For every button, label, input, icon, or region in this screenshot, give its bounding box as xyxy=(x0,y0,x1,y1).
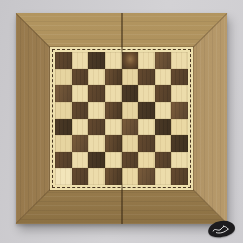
square-d3 xyxy=(105,135,122,152)
square-f4 xyxy=(138,119,155,136)
square-h2 xyxy=(171,152,188,169)
square-g6 xyxy=(155,85,172,102)
square-h7 xyxy=(171,69,188,86)
square-f1 xyxy=(138,168,155,185)
square-a8 xyxy=(55,52,72,69)
square-a4 xyxy=(55,119,72,136)
square-g2 xyxy=(155,152,172,169)
square-d5 xyxy=(105,102,122,119)
square-c7 xyxy=(88,69,105,86)
square-e8 xyxy=(122,52,139,69)
square-g1 xyxy=(155,168,172,185)
square-b4 xyxy=(72,119,89,136)
square-c5 xyxy=(88,102,105,119)
square-g5 xyxy=(155,102,172,119)
fold-seam xyxy=(121,13,123,224)
square-c4 xyxy=(88,119,105,136)
square-a7 xyxy=(55,69,72,86)
square-d2 xyxy=(105,152,122,169)
square-g7 xyxy=(155,69,172,86)
square-b1 xyxy=(72,168,89,185)
square-a3 xyxy=(55,135,72,152)
chess-board xyxy=(16,13,227,224)
square-b6 xyxy=(72,85,89,102)
square-e6 xyxy=(122,85,139,102)
square-b5 xyxy=(72,102,89,119)
square-g3 xyxy=(155,135,172,152)
square-g8 xyxy=(155,52,172,69)
square-b8 xyxy=(72,52,89,69)
square-f2 xyxy=(138,152,155,169)
square-f8 xyxy=(138,52,155,69)
square-h8 xyxy=(171,52,188,69)
square-e3 xyxy=(122,135,139,152)
square-f6 xyxy=(138,85,155,102)
square-f7 xyxy=(138,69,155,86)
square-c8 xyxy=(88,52,105,69)
square-d7 xyxy=(105,69,122,86)
square-c1 xyxy=(88,168,105,185)
square-a6 xyxy=(55,85,72,102)
square-e7 xyxy=(122,69,139,86)
square-e5 xyxy=(122,102,139,119)
square-h6 xyxy=(171,85,188,102)
square-b3 xyxy=(72,135,89,152)
square-b2 xyxy=(72,152,89,169)
square-d8 xyxy=(105,52,122,69)
square-a2 xyxy=(55,152,72,169)
square-h5 xyxy=(171,102,188,119)
photo-background xyxy=(0,0,243,243)
square-h4 xyxy=(171,119,188,136)
square-c6 xyxy=(88,85,105,102)
square-h1 xyxy=(171,168,188,185)
square-c2 xyxy=(88,152,105,169)
square-e4 xyxy=(122,119,139,136)
square-g4 xyxy=(155,119,172,136)
square-e2 xyxy=(122,152,139,169)
square-c3 xyxy=(88,135,105,152)
square-d4 xyxy=(105,119,122,136)
square-d1 xyxy=(105,168,122,185)
square-d6 xyxy=(105,85,122,102)
square-f3 xyxy=(138,135,155,152)
square-f5 xyxy=(138,102,155,119)
square-e1 xyxy=(122,168,139,185)
square-h3 xyxy=(171,135,188,152)
square-a1 xyxy=(55,168,72,185)
square-b7 xyxy=(72,69,89,86)
square-a5 xyxy=(55,102,72,119)
persian-calligraphy-logo-icon xyxy=(207,219,236,238)
